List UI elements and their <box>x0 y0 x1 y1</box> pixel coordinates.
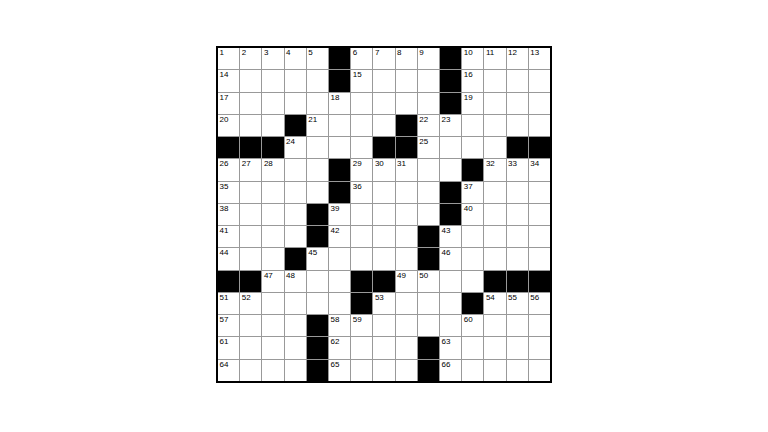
cell-r1c15[interactable]: 13 <box>529 48 550 69</box>
cell-r1c7[interactable]: 6 <box>351 48 372 69</box>
cell-r1c8[interactable]: 7 <box>373 48 394 69</box>
cell-r3c1[interactable]: 17 <box>218 93 239 114</box>
cell-r4c13[interactable] <box>484 115 505 136</box>
clue-number: 35 <box>220 182 229 191</box>
page-background: 1234567891011121314151617181920212223242… <box>0 0 768 432</box>
cell-r1c10[interactable]: 9 <box>418 48 439 69</box>
clue-number: 46 <box>442 248 451 257</box>
cell-r12c6[interactable] <box>329 293 350 314</box>
cell-r3c15[interactable] <box>529 93 550 114</box>
clue-number: 21 <box>308 115 317 124</box>
cell-r7c8[interactable] <box>373 182 394 203</box>
clue-number: 16 <box>464 70 473 79</box>
cell-r12c2[interactable]: 52 <box>240 293 261 314</box>
cell-r6c10[interactable] <box>418 159 439 180</box>
cell-r5c10[interactable]: 25 <box>418 137 439 158</box>
cell-r6c9[interactable]: 31 <box>396 159 417 180</box>
cell-r15c12[interactable] <box>462 360 483 381</box>
cell-r14c12[interactable] <box>462 337 483 358</box>
cell-r3c14[interactable] <box>507 93 528 114</box>
cell-r8c5-block <box>307 204 328 225</box>
cell-r11c8-block <box>373 271 394 292</box>
cell-r4c5[interactable]: 21 <box>307 115 328 136</box>
cell-r3c7[interactable] <box>351 93 372 114</box>
cell-r15c6[interactable]: 65 <box>329 360 350 381</box>
clue-number: 55 <box>508 293 517 302</box>
cell-r12c14[interactable]: 55 <box>507 293 528 314</box>
cell-r4c2[interactable] <box>240 115 261 136</box>
cell-r2c11-block <box>440 70 461 91</box>
clue-number: 38 <box>220 204 229 213</box>
clue-number: 24 <box>286 137 295 146</box>
cell-r8c2[interactable] <box>240 204 261 225</box>
clue-number: 57 <box>220 315 229 324</box>
cell-r5c7[interactable] <box>351 137 372 158</box>
cell-r14c8[interactable] <box>373 337 394 358</box>
cell-r8c7[interactable] <box>351 204 372 225</box>
cell-r14c11[interactable]: 63 <box>440 337 461 358</box>
cell-r12c7-block <box>351 293 372 314</box>
cell-r9c13[interactable] <box>484 226 505 247</box>
cell-r9c14[interactable] <box>507 226 528 247</box>
cell-r4c3[interactable] <box>262 115 283 136</box>
cell-r11c15-block <box>529 271 550 292</box>
cell-r3c5[interactable] <box>307 93 328 114</box>
cell-r1c14[interactable]: 12 <box>507 48 528 69</box>
cell-r8c12[interactable]: 40 <box>462 204 483 225</box>
cell-r5c3-block <box>262 137 283 158</box>
cell-r3c4[interactable] <box>285 93 306 114</box>
cell-r13c10[interactable] <box>418 315 439 336</box>
clue-number: 40 <box>464 204 473 213</box>
cell-r1c13[interactable]: 11 <box>484 48 505 69</box>
cell-r15c9[interactable] <box>396 360 417 381</box>
cell-r13c4[interactable] <box>285 315 306 336</box>
cell-r10c7[interactable] <box>351 248 372 269</box>
cell-r13c8[interactable] <box>373 315 394 336</box>
cell-r6c1[interactable]: 26 <box>218 159 239 180</box>
cell-r2c12[interactable]: 16 <box>462 70 483 91</box>
cell-r12c4[interactable] <box>285 293 306 314</box>
clue-number: 59 <box>353 315 362 324</box>
cell-r7c13[interactable] <box>484 182 505 203</box>
cell-r11c7-block <box>351 271 372 292</box>
cell-r13c11[interactable] <box>440 315 461 336</box>
cell-r4c7[interactable] <box>351 115 372 136</box>
cell-r10c14[interactable] <box>507 248 528 269</box>
cell-r14c6[interactable]: 62 <box>329 337 350 358</box>
cell-r14c5-block <box>307 337 328 358</box>
cell-r5c13[interactable] <box>484 137 505 158</box>
cell-r5c15-block <box>529 137 550 158</box>
cell-r2c5[interactable] <box>307 70 328 91</box>
cell-r14c9[interactable] <box>396 337 417 358</box>
cell-r9c7[interactable] <box>351 226 372 247</box>
cell-r3c12[interactable]: 19 <box>462 93 483 114</box>
clue-number: 9 <box>419 48 423 57</box>
cell-r5c9-block <box>396 137 417 158</box>
cell-r12c11[interactable] <box>440 293 461 314</box>
clue-number: 58 <box>331 315 340 324</box>
cell-r6c5[interactable] <box>307 159 328 180</box>
cell-r9c9[interactable] <box>396 226 417 247</box>
clue-number: 39 <box>331 204 340 213</box>
cell-r2c9[interactable] <box>396 70 417 91</box>
cell-r10c2[interactable] <box>240 248 261 269</box>
clue-number: 27 <box>242 159 251 168</box>
cell-r6c13[interactable]: 32 <box>484 159 505 180</box>
cell-r7c6-block <box>329 182 350 203</box>
cell-r11c6[interactable] <box>329 271 350 292</box>
clue-number: 8 <box>397 48 401 57</box>
cell-r11c10[interactable]: 50 <box>418 271 439 292</box>
cell-r8c9[interactable] <box>396 204 417 225</box>
cell-r5c11[interactable] <box>440 137 461 158</box>
cell-r13c3[interactable] <box>262 315 283 336</box>
cell-r11c3[interactable]: 47 <box>262 271 283 292</box>
cell-r10c12[interactable] <box>462 248 483 269</box>
cell-r2c7[interactable]: 15 <box>351 70 372 91</box>
cell-r12c3[interactable] <box>262 293 283 314</box>
cell-r15c13[interactable] <box>484 360 505 381</box>
cell-r7c7[interactable]: 36 <box>351 182 372 203</box>
cell-r7c5[interactable] <box>307 182 328 203</box>
cell-r11c1-block <box>218 271 239 292</box>
clue-number: 51 <box>220 293 229 302</box>
cell-r4c14[interactable] <box>507 115 528 136</box>
cell-r8c10[interactable] <box>418 204 439 225</box>
cell-r12c12-block <box>462 293 483 314</box>
cell-r2c3[interactable] <box>262 70 283 91</box>
cell-r7c12[interactable]: 37 <box>462 182 483 203</box>
clue-number: 47 <box>264 271 273 280</box>
cell-r2c6-block <box>329 70 350 91</box>
clue-number: 25 <box>419 137 428 146</box>
cell-r11c9[interactable]: 49 <box>396 271 417 292</box>
cell-r5c2-block <box>240 137 261 158</box>
cell-r9c8[interactable] <box>373 226 394 247</box>
cell-r9c11[interactable]: 43 <box>440 226 461 247</box>
cell-r4c9-block <box>396 115 417 136</box>
cell-r5c8-block <box>373 137 394 158</box>
clue-number: 2 <box>242 48 246 57</box>
cell-r7c14[interactable] <box>507 182 528 203</box>
cell-r1c11-block <box>440 48 461 69</box>
cell-r11c4[interactable]: 48 <box>285 271 306 292</box>
cell-r1c1[interactable]: 1 <box>218 48 239 69</box>
cell-r11c12[interactable] <box>462 271 483 292</box>
cell-r4c8[interactable] <box>373 115 394 136</box>
cell-r15c8[interactable] <box>373 360 394 381</box>
cell-r4c15[interactable] <box>529 115 550 136</box>
cell-r10c3[interactable] <box>262 248 283 269</box>
cell-r6c8[interactable]: 30 <box>373 159 394 180</box>
cell-r4c1[interactable]: 20 <box>218 115 239 136</box>
cell-r4c12[interactable] <box>462 115 483 136</box>
cell-r8c4[interactable] <box>285 204 306 225</box>
cell-r3c10[interactable] <box>418 93 439 114</box>
cell-r14c2[interactable] <box>240 337 261 358</box>
cell-r14c7[interactable] <box>351 337 372 358</box>
cell-r3c9[interactable] <box>396 93 417 114</box>
cell-r9c15[interactable] <box>529 226 550 247</box>
cell-r14c3[interactable] <box>262 337 283 358</box>
clue-number: 66 <box>442 360 451 369</box>
cell-r12c8[interactable]: 53 <box>373 293 394 314</box>
clue-number: 20 <box>220 115 229 124</box>
cell-r13c9[interactable] <box>396 315 417 336</box>
cell-r11c2-block <box>240 271 261 292</box>
clue-number: 34 <box>530 159 539 168</box>
cell-r9c5-block <box>307 226 328 247</box>
clue-number: 18 <box>331 93 340 102</box>
clue-number: 3 <box>264 48 268 57</box>
clue-number: 4 <box>286 48 290 57</box>
cell-r10c9[interactable] <box>396 248 417 269</box>
cell-r7c10[interactable] <box>418 182 439 203</box>
clue-number: 65 <box>331 360 340 369</box>
cell-r7c1[interactable]: 35 <box>218 182 239 203</box>
cell-r11c11[interactable] <box>440 271 461 292</box>
cell-r12c13[interactable]: 54 <box>484 293 505 314</box>
cell-r13c2[interactable] <box>240 315 261 336</box>
cell-r7c2[interactable] <box>240 182 261 203</box>
cell-r2c1[interactable]: 14 <box>218 70 239 91</box>
clue-number: 37 <box>464 182 473 191</box>
cell-r3c13[interactable] <box>484 93 505 114</box>
cell-r1c5[interactable]: 5 <box>307 48 328 69</box>
cell-r13c7[interactable]: 59 <box>351 315 372 336</box>
cell-r8c6[interactable]: 39 <box>329 204 350 225</box>
cell-r1c6-block <box>329 48 350 69</box>
cell-r2c8[interactable] <box>373 70 394 91</box>
cell-r4c6[interactable] <box>329 115 350 136</box>
cell-r13c15[interactable] <box>529 315 550 336</box>
cell-r13c13[interactable] <box>484 315 505 336</box>
cell-r15c2[interactable] <box>240 360 261 381</box>
cell-r1c3[interactable]: 3 <box>262 48 283 69</box>
cell-r3c2[interactable] <box>240 93 261 114</box>
cell-r1c2[interactable]: 2 <box>240 48 261 69</box>
clue-number: 14 <box>220 70 229 79</box>
cell-r8c11-block <box>440 204 461 225</box>
cell-r13c1[interactable]: 57 <box>218 315 239 336</box>
cell-r13c6[interactable]: 58 <box>329 315 350 336</box>
cell-r6c14[interactable]: 33 <box>507 159 528 180</box>
cell-r15c11[interactable]: 66 <box>440 360 461 381</box>
cell-r10c4-block <box>285 248 306 269</box>
cell-r2c2[interactable] <box>240 70 261 91</box>
cell-r10c11[interactable]: 46 <box>440 248 461 269</box>
cell-r6c2[interactable]: 27 <box>240 159 261 180</box>
cell-r13c12[interactable]: 60 <box>462 315 483 336</box>
cell-r13c14[interactable] <box>507 315 528 336</box>
cell-r14c10-block <box>418 337 439 358</box>
cell-r9c12[interactable] <box>462 226 483 247</box>
cell-r11c13-block <box>484 271 505 292</box>
cell-r5c5[interactable] <box>307 137 328 158</box>
clue-number: 53 <box>375 293 384 302</box>
cell-r8c15[interactable] <box>529 204 550 225</box>
cell-r6c15[interactable]: 34 <box>529 159 550 180</box>
cell-r7c3[interactable] <box>262 182 283 203</box>
cell-r15c10-block <box>418 360 439 381</box>
cell-r15c14[interactable] <box>507 360 528 381</box>
clue-number: 13 <box>530 48 539 57</box>
cell-r3c8[interactable] <box>373 93 394 114</box>
cell-r2c14[interactable] <box>507 70 528 91</box>
cell-r8c14[interactable] <box>507 204 528 225</box>
clue-number: 19 <box>464 93 473 102</box>
clue-number: 30 <box>375 159 384 168</box>
clue-number: 28 <box>264 159 273 168</box>
clue-number: 42 <box>331 226 340 235</box>
clue-number: 43 <box>442 226 451 235</box>
cell-r15c7[interactable] <box>351 360 372 381</box>
cell-r10c1[interactable]: 44 <box>218 248 239 269</box>
cell-r4c10[interactable]: 22 <box>418 115 439 136</box>
clue-number: 29 <box>353 159 362 168</box>
cell-r1c12[interactable]: 10 <box>462 48 483 69</box>
cell-r9c4[interactable] <box>285 226 306 247</box>
clue-number: 54 <box>486 293 495 302</box>
cell-r15c1[interactable]: 64 <box>218 360 239 381</box>
crossword-grid: 1234567891011121314151617181920212223242… <box>216 46 552 383</box>
clue-number: 15 <box>353 70 362 79</box>
cell-r7c9[interactable] <box>396 182 417 203</box>
cell-r2c4[interactable] <box>285 70 306 91</box>
clue-number: 31 <box>397 159 406 168</box>
cell-r7c11-block <box>440 182 461 203</box>
clue-number: 48 <box>286 271 295 280</box>
clue-number: 45 <box>308 248 317 257</box>
cell-r3c3[interactable] <box>262 93 283 114</box>
clue-number: 1 <box>220 48 224 57</box>
cell-r15c5-block <box>307 360 328 381</box>
cell-r14c13[interactable] <box>484 337 505 358</box>
cell-r5c6[interactable] <box>329 137 350 158</box>
clue-number: 44 <box>220 248 229 257</box>
cell-r9c6[interactable]: 42 <box>329 226 350 247</box>
cell-r14c1[interactable]: 61 <box>218 337 239 358</box>
cell-r4c11[interactable]: 23 <box>440 115 461 136</box>
cell-r6c6-block <box>329 159 350 180</box>
cell-r10c13[interactable] <box>484 248 505 269</box>
cell-r12c15[interactable]: 56 <box>529 293 550 314</box>
clue-number: 49 <box>397 271 406 280</box>
cell-r8c13[interactable] <box>484 204 505 225</box>
clue-number: 10 <box>464 48 473 57</box>
clue-number: 41 <box>220 226 229 235</box>
cell-r12c10[interactable] <box>418 293 439 314</box>
cell-r5c14-block <box>507 137 528 158</box>
cell-r10c6[interactable] <box>329 248 350 269</box>
cell-r2c10[interactable] <box>418 70 439 91</box>
cell-r1c9[interactable]: 8 <box>396 48 417 69</box>
clue-number: 33 <box>508 159 517 168</box>
clue-number: 7 <box>375 48 379 57</box>
cell-r15c4[interactable] <box>285 360 306 381</box>
cell-r12c5[interactable] <box>307 293 328 314</box>
clue-number: 56 <box>530 293 539 302</box>
clue-number: 36 <box>353 182 362 191</box>
cell-r9c1[interactable]: 41 <box>218 226 239 247</box>
cell-r2c15[interactable] <box>529 70 550 91</box>
cell-r2c13[interactable] <box>484 70 505 91</box>
clue-number: 50 <box>419 271 428 280</box>
cell-r7c4[interactable] <box>285 182 306 203</box>
cell-r13c5-block <box>307 315 328 336</box>
cell-r9c10-block <box>418 226 439 247</box>
cell-r8c8[interactable] <box>373 204 394 225</box>
cell-r6c4[interactable] <box>285 159 306 180</box>
cell-r10c10-block <box>418 248 439 269</box>
cell-r15c15[interactable] <box>529 360 550 381</box>
cell-r6c7[interactable]: 29 <box>351 159 372 180</box>
clue-number: 63 <box>442 337 451 346</box>
cell-r6c3[interactable]: 28 <box>262 159 283 180</box>
cell-r5c4[interactable]: 24 <box>285 137 306 158</box>
clue-number: 26 <box>220 159 229 168</box>
cell-r5c1-block <box>218 137 239 158</box>
clue-number: 17 <box>220 93 229 102</box>
cell-r10c15[interactable] <box>529 248 550 269</box>
cell-r14c14[interactable] <box>507 337 528 358</box>
cell-r10c8[interactable] <box>373 248 394 269</box>
cell-r9c3[interactable] <box>262 226 283 247</box>
cell-r1c4[interactable]: 4 <box>285 48 306 69</box>
cell-r11c5[interactable] <box>307 271 328 292</box>
cell-r10c5[interactable]: 45 <box>307 248 328 269</box>
cell-r14c15[interactable] <box>529 337 550 358</box>
clue-number: 12 <box>508 48 517 57</box>
cell-r5c12[interactable] <box>462 137 483 158</box>
cell-r14c4[interactable] <box>285 337 306 358</box>
clue-number: 32 <box>486 159 495 168</box>
clue-number: 61 <box>220 337 229 346</box>
cell-r15c3[interactable] <box>262 360 283 381</box>
clue-number: 52 <box>242 293 251 302</box>
cell-r11c14-block <box>507 271 528 292</box>
clue-number: 64 <box>220 360 229 369</box>
clue-number: 62 <box>331 337 340 346</box>
clue-number: 11 <box>486 48 494 57</box>
clue-number: 23 <box>442 115 451 124</box>
cell-r8c3[interactable] <box>262 204 283 225</box>
clue-number: 22 <box>419 115 428 124</box>
cell-r12c1[interactable]: 51 <box>218 293 239 314</box>
cell-r4c4-block <box>285 115 306 136</box>
cell-r6c11[interactable] <box>440 159 461 180</box>
cell-r3c11-block <box>440 93 461 114</box>
cell-r3c6[interactable]: 18 <box>329 93 350 114</box>
cell-r9c2[interactable] <box>240 226 261 247</box>
cell-r8c1[interactable]: 38 <box>218 204 239 225</box>
cell-r6c12-block <box>462 159 483 180</box>
clue-number: 5 <box>308 48 312 57</box>
cell-r7c15[interactable] <box>529 182 550 203</box>
cell-r12c9[interactable] <box>396 293 417 314</box>
clue-number: 6 <box>353 48 357 57</box>
clue-number: 60 <box>464 315 473 324</box>
